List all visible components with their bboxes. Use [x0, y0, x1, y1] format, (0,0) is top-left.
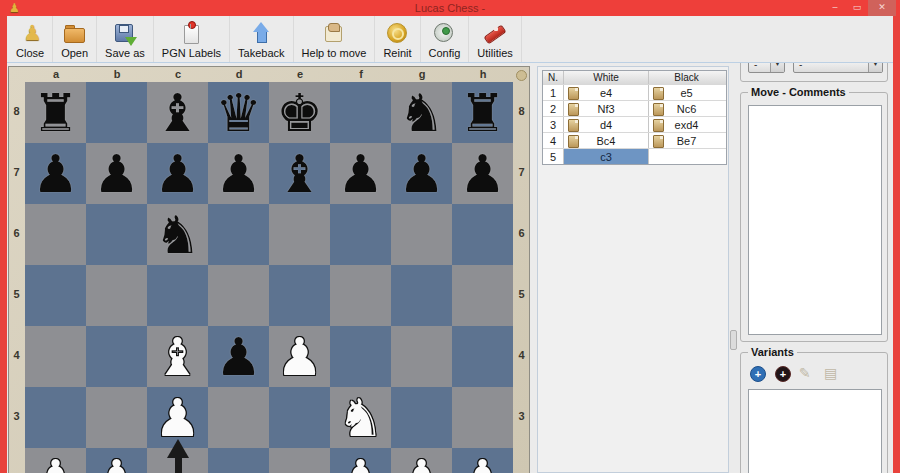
exit-pawn-icon	[17, 21, 43, 46]
close-label: Close	[16, 47, 44, 59]
rank-label-4-left: 4	[9, 349, 24, 361]
black-knight: ♞	[147, 204, 208, 265]
board-corner-button[interactable]	[516, 70, 527, 81]
square-c6[interactable]: ♞	[147, 204, 208, 265]
file-label-e: e	[289, 68, 311, 80]
square-e2[interactable]	[269, 448, 330, 473]
square-g5[interactable]	[391, 265, 452, 326]
move-cell-3-black[interactable]: exd4	[648, 117, 724, 132]
move-note-icon	[653, 87, 664, 100]
move-number-1: 1	[543, 85, 563, 100]
config-label: Config	[429, 47, 461, 59]
file-label-h: h	[472, 68, 494, 80]
rank-label-6-left: 6	[9, 227, 24, 239]
square-f8[interactable]	[330, 82, 391, 143]
square-a4[interactable]	[25, 326, 86, 387]
utilities-label: Utilities	[477, 47, 512, 59]
reinit-label: Reinit	[383, 47, 411, 59]
move-note-icon	[568, 103, 579, 116]
rank-label-5-left: 5	[9, 288, 24, 300]
square-c8[interactable]: ♝	[147, 82, 208, 143]
square-d6[interactable]	[208, 204, 269, 265]
square-c4[interactable]: ♝	[147, 326, 208, 387]
panel-splitter[interactable]	[729, 66, 737, 473]
square-b4[interactable]	[86, 326, 147, 387]
square-g2[interactable]: ♟	[391, 448, 452, 473]
white-pawn: ♟	[330, 448, 391, 473]
window-border-left	[0, 16, 7, 473]
square-g6[interactable]	[391, 204, 452, 265]
move-table-header-n: N.	[543, 71, 563, 84]
move-san: e4	[600, 87, 612, 99]
white-pawn: ♟	[452, 448, 513, 473]
black-pawn: ♟	[208, 143, 269, 204]
move-table-header-black: Black	[648, 71, 724, 84]
square-h6[interactable]	[452, 204, 513, 265]
splitter-handle[interactable]	[730, 330, 737, 350]
move-table-header-white: White	[563, 71, 648, 84]
move-number-2: 2	[543, 101, 563, 116]
rank-label-4-right: 4	[514, 349, 529, 361]
white-knight: ♞	[330, 387, 391, 448]
square-f6[interactable]	[330, 204, 391, 265]
square-a2[interactable]: ♟	[25, 448, 86, 473]
window-border-right	[893, 16, 900, 473]
move-cell-1-white[interactable]: e4	[563, 85, 648, 100]
move-comments-group: Move - Comments	[740, 92, 888, 342]
move-cell-5-white[interactable]: c3	[563, 149, 648, 164]
move-san: Be7	[677, 135, 697, 147]
square-h2[interactable]: ♟	[452, 448, 513, 473]
square-h4[interactable]	[452, 326, 513, 387]
black-queen: ♛	[208, 82, 269, 143]
file-label-g: g	[411, 68, 433, 80]
square-a5[interactable]	[25, 265, 86, 326]
rank-label-3-right: 3	[514, 410, 529, 422]
open-button[interactable]: Open	[53, 16, 97, 62]
square-g3[interactable]	[391, 387, 452, 448]
move-cell-4-black[interactable]: Be7	[648, 133, 724, 148]
move-cell-4-white[interactable]: Bc4	[563, 133, 648, 148]
last-move-arrow-head	[167, 439, 189, 458]
help-move-icon	[321, 21, 347, 46]
pgn-page-icon	[178, 21, 204, 46]
black-pawn: ♟	[330, 143, 391, 204]
move-table-header: N.WhiteBlack	[543, 71, 726, 84]
black-pawn: ♟	[452, 143, 513, 204]
open-folder-icon	[62, 21, 88, 46]
move-cell-2-black[interactable]: Nc6	[648, 101, 724, 116]
square-g4[interactable]	[391, 326, 452, 387]
move-san: c3	[600, 151, 612, 163]
last-move-arrow-shaft	[175, 457, 182, 473]
black-pawn: ♟	[147, 143, 208, 204]
move-row-3: 3d4exd4	[543, 116, 726, 132]
move-note-icon	[653, 135, 664, 148]
move-san: e5	[680, 87, 692, 99]
config-button[interactable]: Config	[421, 16, 470, 62]
variants-list[interactable]	[748, 389, 882, 473]
square-b3[interactable]	[86, 387, 147, 448]
square-e6[interactable]	[269, 204, 330, 265]
saveas-label: Save as	[105, 47, 145, 59]
square-b2[interactable]: ♟	[86, 448, 147, 473]
move-san: Bc4	[597, 135, 616, 147]
square-b5[interactable]	[86, 265, 147, 326]
help-to-move-label: Help to move	[302, 47, 367, 59]
square-a8[interactable]: ♜	[25, 82, 86, 143]
square-a3[interactable]	[25, 387, 86, 448]
move-note-icon	[653, 103, 664, 116]
square-c7[interactable]: ♟	[147, 143, 208, 204]
file-label-d: d	[228, 68, 250, 80]
black-rook: ♜	[25, 82, 86, 143]
window-title: Lucas Chess -	[0, 2, 900, 14]
rank-label-7-left: 7	[9, 166, 24, 178]
square-d4[interactable]: ♟	[208, 326, 269, 387]
plus-blue-circle-icon: +	[750, 366, 766, 382]
move-row-5: 5c3	[543, 148, 726, 164]
square-h5[interactable]	[452, 265, 513, 326]
rank-label-8-left: 8	[9, 105, 24, 117]
move-comments-textarea[interactable]	[748, 105, 882, 335]
black-pawn: ♟	[86, 143, 147, 204]
remove-variant-button[interactable]: ▤	[822, 364, 842, 383]
rank-label-7-right: 7	[514, 166, 529, 178]
move-note-icon	[568, 135, 579, 148]
square-d8[interactable]: ♛	[208, 82, 269, 143]
takeback-button[interactable]: Takeback	[230, 16, 293, 62]
edit-variant-button[interactable]: ✎	[797, 364, 817, 383]
square-b6[interactable]	[86, 204, 147, 265]
move-san: exd4	[675, 119, 699, 131]
square-c5[interactable]	[147, 265, 208, 326]
minimize-button[interactable]: –	[824, 0, 846, 16]
close-button[interactable]: Close	[8, 16, 53, 62]
square-h7[interactable]: ♟	[452, 143, 513, 204]
toolbar: CloseOpenSave asPGN LabelsTakebackHelp t…	[7, 16, 894, 63]
black-rook: ♜	[452, 82, 513, 143]
variants-title: Variants	[748, 346, 797, 358]
black-bishop: ♝	[269, 143, 330, 204]
open-label: Open	[61, 47, 88, 59]
variants-group: Variants ++✎▤	[740, 352, 888, 473]
move-list-panel: N.WhiteBlack1e4e52Nf3Nc63d4exd44Bc4Be75c…	[537, 66, 729, 473]
square-d5[interactable]	[208, 265, 269, 326]
move-note-icon	[653, 119, 664, 132]
square-d2[interactable]	[208, 448, 269, 473]
file-label-a: a	[45, 68, 67, 80]
square-e3[interactable]	[269, 387, 330, 448]
square-e5[interactable]	[269, 265, 330, 326]
move-note-icon	[568, 87, 579, 100]
square-b8[interactable]	[86, 82, 147, 143]
file-label-c: c	[167, 68, 189, 80]
move-cell-2-white[interactable]: Nf3	[563, 101, 648, 116]
black-knight: ♞	[391, 82, 452, 143]
reinit-medal-icon	[384, 21, 410, 46]
move-row-1: 1e4e5	[543, 84, 726, 100]
pgn-labels-button[interactable]: PGN Labels	[154, 16, 230, 62]
move-cell-3-white[interactable]: d4	[563, 117, 648, 132]
black-pawn: ♟	[208, 326, 269, 387]
help-to-move-button[interactable]: Help to move	[294, 16, 376, 62]
takeback-label: Takeback	[238, 47, 284, 59]
square-d3[interactable]	[208, 387, 269, 448]
black-bishop: ♝	[147, 82, 208, 143]
add-variant-button[interactable]: +	[747, 364, 767, 383]
pencil-icon: ✎	[799, 365, 811, 381]
save-as-icon	[112, 21, 138, 46]
white-pawn: ♟	[391, 448, 452, 473]
square-h3[interactable]	[452, 387, 513, 448]
move-number-3: 3	[543, 117, 563, 132]
file-label-f: f	[350, 68, 372, 80]
square-f2[interactable]: ♟	[330, 448, 391, 473]
move-san: Nc6	[677, 103, 697, 115]
square-g7[interactable]: ♟	[391, 143, 452, 204]
takeback-arrow-icon	[248, 21, 274, 46]
move-number-4: 4	[543, 133, 563, 148]
rank-label-6-right: 6	[514, 227, 529, 239]
utilities-button[interactable]: Utilities	[469, 16, 521, 62]
file-label-b: b	[106, 68, 128, 80]
square-g8[interactable]: ♞	[391, 82, 452, 143]
maximize-button[interactable]: ▭	[846, 0, 868, 16]
black-pawn: ♟	[391, 143, 452, 204]
move-cell-5-black[interactable]	[648, 149, 724, 164]
white-bishop: ♝	[147, 326, 208, 387]
black-king: ♚	[269, 82, 330, 143]
move-comments-title: Move - Comments	[748, 86, 849, 98]
config-gauge-icon	[431, 21, 457, 46]
rank-label-5-right: 5	[514, 288, 529, 300]
square-f3[interactable]: ♞	[330, 387, 391, 448]
close-window-button[interactable]: ✕	[868, 0, 896, 16]
white-pawn: ♟	[86, 448, 147, 473]
square-h8[interactable]: ♜	[452, 82, 513, 143]
move-san: d4	[600, 119, 612, 131]
move-san: Nf3	[597, 103, 614, 115]
square-b7[interactable]: ♟	[86, 143, 147, 204]
square-f5[interactable]	[330, 265, 391, 326]
white-pawn: ♟	[25, 448, 86, 473]
move-row-4: 4Bc4Be7	[543, 132, 726, 148]
square-e8[interactable]: ♚	[269, 82, 330, 143]
plus-black-circle-icon: +	[775, 366, 791, 382]
reinit-button[interactable]: Reinit	[375, 16, 420, 62]
utilities-knife-icon	[482, 21, 508, 46]
square-f7[interactable]: ♟	[330, 143, 391, 204]
square-e7[interactable]: ♝	[269, 143, 330, 204]
chess-board: abcdefgh8877665544332211♜♝♛♚♞♜♟♟♟♟♝♟♟♟♞♝…	[8, 66, 530, 473]
white-pawn: ♟	[269, 326, 330, 387]
move-cell-1-black[interactable]: e5	[648, 85, 724, 100]
right-panel: Scotch gambit: Benima defence Rating - ▼…	[737, 16, 893, 473]
square-e4[interactable]: ♟	[269, 326, 330, 387]
square-f4[interactable]	[330, 326, 391, 387]
move-note-icon	[568, 119, 579, 132]
black-pawn: ♟	[25, 143, 86, 204]
square-d7[interactable]: ♟	[208, 143, 269, 204]
saveas-button[interactable]: Save as	[97, 16, 154, 62]
square-a6[interactable]	[25, 204, 86, 265]
titlebar: ♟ Lucas Chess - – ▭ ✕	[0, 0, 900, 16]
move-number-5: 5	[543, 149, 563, 164]
move-table: N.WhiteBlack1e4e52Nf3Nc63d4exd44Bc4Be75c…	[542, 70, 727, 165]
rank-label-8-right: 8	[514, 105, 529, 117]
pgn-labels-label: PGN Labels	[162, 47, 221, 59]
square-a7[interactable]: ♟	[25, 143, 86, 204]
add-main-variant-button[interactable]: +	[772, 364, 792, 383]
move-row-2: 2Nf3Nc6	[543, 100, 726, 116]
rank-label-3-left: 3	[9, 410, 24, 422]
page-lines-icon: ▤	[824, 365, 837, 381]
